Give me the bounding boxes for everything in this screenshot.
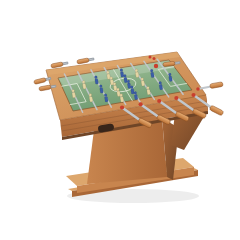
product-photo-canvas [0,0,240,240]
rod-bumper [139,102,143,106]
foosball-table-photo [0,0,240,240]
rod-handle-far [34,76,51,84]
red-bead [153,57,156,60]
rod-bumper [120,105,124,109]
rod-bumper [157,99,161,103]
rod-bumper [191,93,195,97]
red-bead [154,64,158,68]
rod-bumper [174,96,178,100]
rod-handle-far [77,57,94,64]
red-bead [149,56,152,59]
